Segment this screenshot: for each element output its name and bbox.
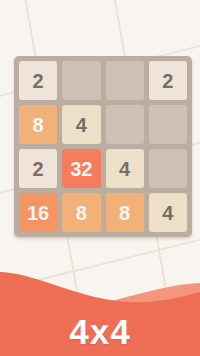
- game-board[interactable]: 2 2 8 4 2 32 4 16 8 8 4: [14, 56, 192, 237]
- board-cell: 4: [62, 105, 100, 144]
- board-cell: 32: [62, 149, 100, 188]
- board-cell: [149, 105, 187, 144]
- board-cell: 4: [106, 149, 144, 188]
- board-cell: 16: [19, 193, 57, 232]
- board-cell: 2: [19, 149, 57, 188]
- board-cell: 2: [19, 61, 57, 100]
- board-cell: [149, 149, 187, 188]
- board-size-label[interactable]: 4x4: [0, 314, 200, 349]
- board-cell: 4: [149, 193, 187, 232]
- board-cell: [106, 105, 144, 144]
- board-cell: [106, 61, 144, 100]
- board-cell: [62, 61, 100, 100]
- footer-wave: 4x4: [0, 256, 200, 356]
- board-cell: 8: [106, 193, 144, 232]
- board-cell: 8: [62, 193, 100, 232]
- board-cell: 8: [19, 105, 57, 144]
- board-cell: 2: [149, 61, 187, 100]
